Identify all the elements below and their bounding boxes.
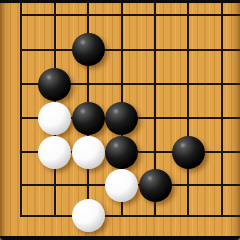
board-point[interactable] [138, 0, 171, 32]
board-point[interactable] [38, 135, 71, 169]
board-point[interactable] [205, 101, 238, 135]
black-stone [139, 169, 172, 202]
board-point[interactable] [138, 101, 171, 135]
board-point[interactable] [105, 201, 138, 231]
grid-line-vertical [154, 67, 156, 102]
board-point[interactable] [172, 0, 205, 32]
board-point[interactable] [105, 67, 138, 102]
board-point[interactable] [5, 201, 38, 231]
grid-line-vertical [87, 0, 89, 32]
grid-line-vertical [54, 169, 56, 201]
board-point[interactable] [172, 67, 205, 102]
white-stone [38, 136, 71, 169]
grid-line-vertical [121, 67, 123, 102]
board-point[interactable] [38, 67, 71, 102]
board-point[interactable] [138, 67, 171, 102]
grid-line-vertical [20, 67, 22, 102]
black-stone [105, 102, 138, 135]
grid-line-vertical [221, 0, 223, 32]
grid-line-vertical [121, 32, 123, 67]
grid-line-vertical [221, 32, 223, 67]
go-board [0, 0, 240, 240]
grid-line-vertical [87, 169, 89, 201]
black-stone [72, 102, 105, 135]
board-point[interactable] [105, 169, 138, 201]
grid-line-vertical [221, 67, 223, 102]
grid-line-vertical [20, 201, 22, 217]
board-point[interactable] [5, 101, 38, 135]
grid-line-vertical [121, 0, 123, 32]
board-point[interactable] [138, 201, 171, 231]
go-board-grid [5, 0, 239, 231]
grid-line-vertical [221, 201, 223, 217]
white-stone [38, 102, 71, 135]
grid-line-vertical [20, 169, 22, 201]
board-point[interactable] [105, 0, 138, 32]
board-point[interactable] [205, 169, 238, 201]
grid-line-vertical [154, 201, 156, 217]
grid-line-vertical [187, 201, 189, 217]
grid-line-vertical [87, 67, 89, 102]
grid-line-horizontal [20, 14, 38, 16]
grid-line-vertical [187, 169, 189, 201]
board-point[interactable] [72, 101, 105, 135]
grid-line-horizontal [20, 151, 38, 153]
grid-line-horizontal [20, 49, 38, 51]
board-point[interactable] [38, 101, 71, 135]
grid-line-vertical [154, 32, 156, 67]
board-point[interactable] [172, 135, 205, 169]
white-stone [72, 199, 105, 232]
board-point[interactable] [5, 169, 38, 201]
board-point[interactable] [172, 169, 205, 201]
board-point[interactable] [38, 32, 71, 67]
board-point[interactable] [5, 135, 38, 169]
board-point[interactable] [5, 0, 38, 32]
grid-line-horizontal [20, 117, 38, 119]
frame-top-bar [0, 0, 240, 3]
grid-line-vertical [154, 0, 156, 32]
black-stone [72, 33, 105, 66]
board-point[interactable] [105, 32, 138, 67]
board-point[interactable] [105, 101, 138, 135]
board-point[interactable] [138, 135, 171, 169]
board-point[interactable] [205, 201, 238, 231]
board-point[interactable] [172, 201, 205, 231]
white-stone [72, 136, 105, 169]
frame-bottom-bar [0, 236, 240, 240]
board-point[interactable] [205, 135, 238, 169]
grid-line-vertical [154, 135, 156, 169]
white-stone [105, 169, 138, 202]
black-stone [172, 136, 205, 169]
grid-line-vertical [54, 0, 56, 32]
board-point[interactable] [72, 0, 105, 32]
grid-line-vertical [20, 0, 22, 32]
grid-line-vertical [221, 169, 223, 201]
grid-line-vertical [20, 135, 22, 169]
board-point[interactable] [38, 201, 71, 231]
grid-line-vertical [187, 67, 189, 102]
grid-line-vertical [154, 101, 156, 135]
black-stone [38, 68, 71, 101]
board-point[interactable] [72, 67, 105, 102]
grid-line-horizontal [20, 83, 38, 85]
grid-line-vertical [221, 101, 223, 135]
board-point[interactable] [38, 0, 71, 32]
board-point[interactable] [72, 32, 105, 67]
board-point[interactable] [205, 32, 238, 67]
grid-line-vertical [221, 135, 223, 169]
board-point[interactable] [138, 32, 171, 67]
board-point[interactable] [205, 67, 238, 102]
grid-line-vertical [54, 32, 56, 67]
black-stone [105, 136, 138, 169]
board-point[interactable] [72, 169, 105, 201]
board-point[interactable] [138, 169, 171, 201]
board-point[interactable] [5, 67, 38, 102]
board-point[interactable] [72, 201, 105, 231]
grid-line-vertical [20, 32, 22, 67]
grid-line-vertical [187, 0, 189, 32]
grid-line-horizontal [20, 184, 38, 186]
board-point[interactable] [205, 0, 238, 32]
board-point[interactable] [172, 32, 205, 67]
board-point[interactable] [105, 135, 138, 169]
grid-line-vertical [187, 101, 189, 135]
grid-line-horizontal [20, 215, 38, 217]
board-point[interactable] [5, 32, 38, 67]
grid-line-vertical [54, 201, 56, 217]
board-point[interactable] [72, 135, 105, 169]
grid-line-vertical [187, 32, 189, 67]
grid-line-vertical [20, 101, 22, 135]
board-point[interactable] [38, 169, 71, 201]
grid-line-vertical [121, 201, 123, 217]
board-point[interactable] [172, 101, 205, 135]
